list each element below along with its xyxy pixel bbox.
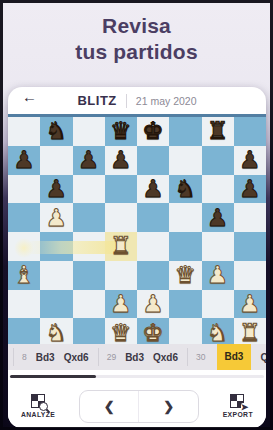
game-date: 21 may 2020 [136,95,197,107]
square-b1[interactable]: ♞ [40,318,72,347]
square-g5[interactable]: ♟ [202,203,234,232]
square-f8[interactable] [169,117,201,146]
square-b4[interactable] [40,232,72,261]
square-f7[interactable] [169,146,201,175]
square-d7[interactable]: ♟ [105,146,137,175]
page-title-line2: tus partidos [0,39,273,65]
square-g8[interactable]: ♜ [202,117,234,146]
square-d5[interactable] [105,203,137,232]
square-h5[interactable] [234,203,266,232]
game-mode-label: BLITZ [77,93,116,108]
white-q-f3: ♛ [175,261,197,289]
square-d4[interactable]: ♜ [105,232,137,261]
square-b5[interactable]: ♟ [40,203,72,232]
white-q-d1: ♛ [110,319,132,347]
move-number: 8 [13,348,27,366]
square-c6[interactable] [73,175,105,204]
export-label: EXPORT [223,411,253,418]
black-p-d7: ♟ [110,146,132,174]
export-button[interactable]: ➤ EXPORT [223,394,253,418]
move-item[interactable]: Bd3 [36,352,55,363]
square-g2[interactable] [202,290,234,319]
square-e4[interactable] [137,232,169,261]
black-p-g5: ♟ [207,204,229,232]
square-d8[interactable]: ♛ [105,117,137,146]
white-p-h2: ♟ [239,290,261,318]
white-k-e1: ♚ [142,319,164,347]
white-n-g1: ♞ [207,319,229,347]
square-g4[interactable] [202,232,234,261]
square-b3[interactable] [40,261,72,290]
black-p-h6: ♟ [239,175,261,203]
white-p-g3: ♟ [207,261,229,289]
square-f3[interactable]: ♛ [169,261,201,290]
black-p-c7: ♟ [78,146,100,174]
square-h6[interactable]: ♟ [234,175,266,204]
square-a8[interactable] [8,117,40,146]
move-list-bar[interactable]: 8Bd3Qxd629Bd3Qxd630Bd3Qxd6 [8,344,266,370]
progress-fill[interactable] [10,375,96,378]
white-p-e2: ♟ [142,290,164,318]
move-navigation: ❮ ❯ [79,390,199,423]
square-e1[interactable]: ♚ [137,318,169,347]
move-item[interactable]: Bd3 [125,352,144,363]
chess-board[interactable]: ♞♛♚♜♟♟♟♟♟♟♞♟♟♟♜♝♛♟♟♟♟♞♛♚♞♜ [8,114,266,347]
white-r-d4: ♜ [110,232,132,260]
replay-progress [8,370,266,384]
move-number: 30 [187,348,205,366]
square-c1[interactable] [73,318,105,347]
square-b7[interactable] [40,146,72,175]
white-n-b1: ♞ [46,319,68,347]
square-h2[interactable]: ♟ [234,290,266,319]
square-a6[interactable] [8,175,40,204]
square-b8[interactable]: ♞ [40,117,72,146]
square-h1[interactable]: ♜ [234,318,266,347]
square-f5[interactable] [169,203,201,232]
square-c2[interactable] [73,290,105,319]
square-d3[interactable] [105,261,137,290]
black-r-g8: ♜ [207,117,229,145]
square-b6[interactable]: ♟ [40,175,72,204]
game-header: ← BLITZ 21 may 2020 [8,87,266,114]
square-d6[interactable] [105,175,137,204]
square-h3[interactable] [234,261,266,290]
square-g1[interactable]: ♞ [202,318,234,347]
black-p-a7: ♟ [13,146,35,174]
square-e5[interactable] [137,203,169,232]
analyze-label: ANALYZE [21,411,55,418]
square-a1[interactable] [8,318,40,347]
white-r-h1: ♜ [239,319,261,347]
square-e8[interactable]: ♚ [137,117,169,146]
magnifier-icon [39,402,48,411]
square-h4[interactable] [234,232,266,261]
square-d1[interactable]: ♛ [105,318,137,347]
square-e2[interactable]: ♟ [137,290,169,319]
back-arrow-icon[interactable]: ← [22,88,37,105]
app-screen: Revisa tus partidos ← BLITZ 21 may 2020 … [0,0,273,430]
square-g7[interactable] [202,146,234,175]
square-c8[interactable] [73,117,105,146]
move-item[interactable]: Qxd6 [260,352,266,363]
black-p-b6: ♟ [46,175,68,203]
page-title: Revisa tus partidos [0,13,273,66]
white-b-a3: ♝ [13,261,35,289]
square-a2[interactable] [8,290,40,319]
next-move-button[interactable]: ❯ [139,391,198,422]
square-f2[interactable] [169,290,201,319]
move-item[interactable]: Qxd6 [153,352,178,363]
square-a3[interactable]: ♝ [8,261,40,290]
square-e7[interactable] [137,146,169,175]
analyze-icon [31,394,46,409]
square-c7[interactable]: ♟ [73,146,105,175]
progress-track[interactable] [10,375,264,378]
white-p-b5: ♟ [46,204,68,232]
square-f6[interactable]: ♞ [169,175,201,204]
bottom-toolbar: ANALYZE ❮ ❯ ➤ EXPORT [8,384,266,428]
black-p-h7: ♟ [239,146,261,174]
square-h8[interactable] [234,117,266,146]
square-c4[interactable] [73,232,105,261]
square-c3[interactable] [73,261,105,290]
analyze-button[interactable]: ANALYZE [21,394,55,418]
square-e6[interactable]: ♟ [137,175,169,204]
page-title-line1: Revisa [0,13,273,39]
square-h7[interactable]: ♟ [234,146,266,175]
square-f4[interactable] [169,232,201,261]
black-n-f6: ♞ [175,175,197,203]
square-b2[interactable] [40,290,72,319]
black-q-d8: ♛ [110,117,132,145]
black-n-b8: ♞ [46,117,68,145]
square-c5[interactable] [73,203,105,232]
square-g6[interactable] [202,175,234,204]
square-a5[interactable] [8,203,40,232]
square-g3[interactable]: ♟ [202,261,234,290]
move-number: 29 [98,348,116,366]
white-p-d2: ♟ [110,290,132,318]
share-arrow-icon: ➤ [241,403,249,412]
export-icon: ➤ [230,394,245,409]
black-k-e8: ♚ [142,117,164,145]
square-a7[interactable]: ♟ [8,146,40,175]
phone-mockup: ← BLITZ 21 may 2020 ♞♛♚♜♟♟♟♟♟♟♞♟♟♟♜♝♛♟♟♟… [8,87,266,428]
square-f1[interactable] [169,318,201,347]
square-a4[interactable] [8,232,40,261]
header-divider [126,94,127,108]
current-move[interactable]: Bd3 [217,344,252,370]
square-e3[interactable] [137,261,169,290]
black-p-e6: ♟ [142,175,164,203]
move-item[interactable]: Qxd6 [64,352,89,363]
prev-move-button[interactable]: ❮ [80,391,140,422]
square-d2[interactable]: ♟ [105,290,137,319]
